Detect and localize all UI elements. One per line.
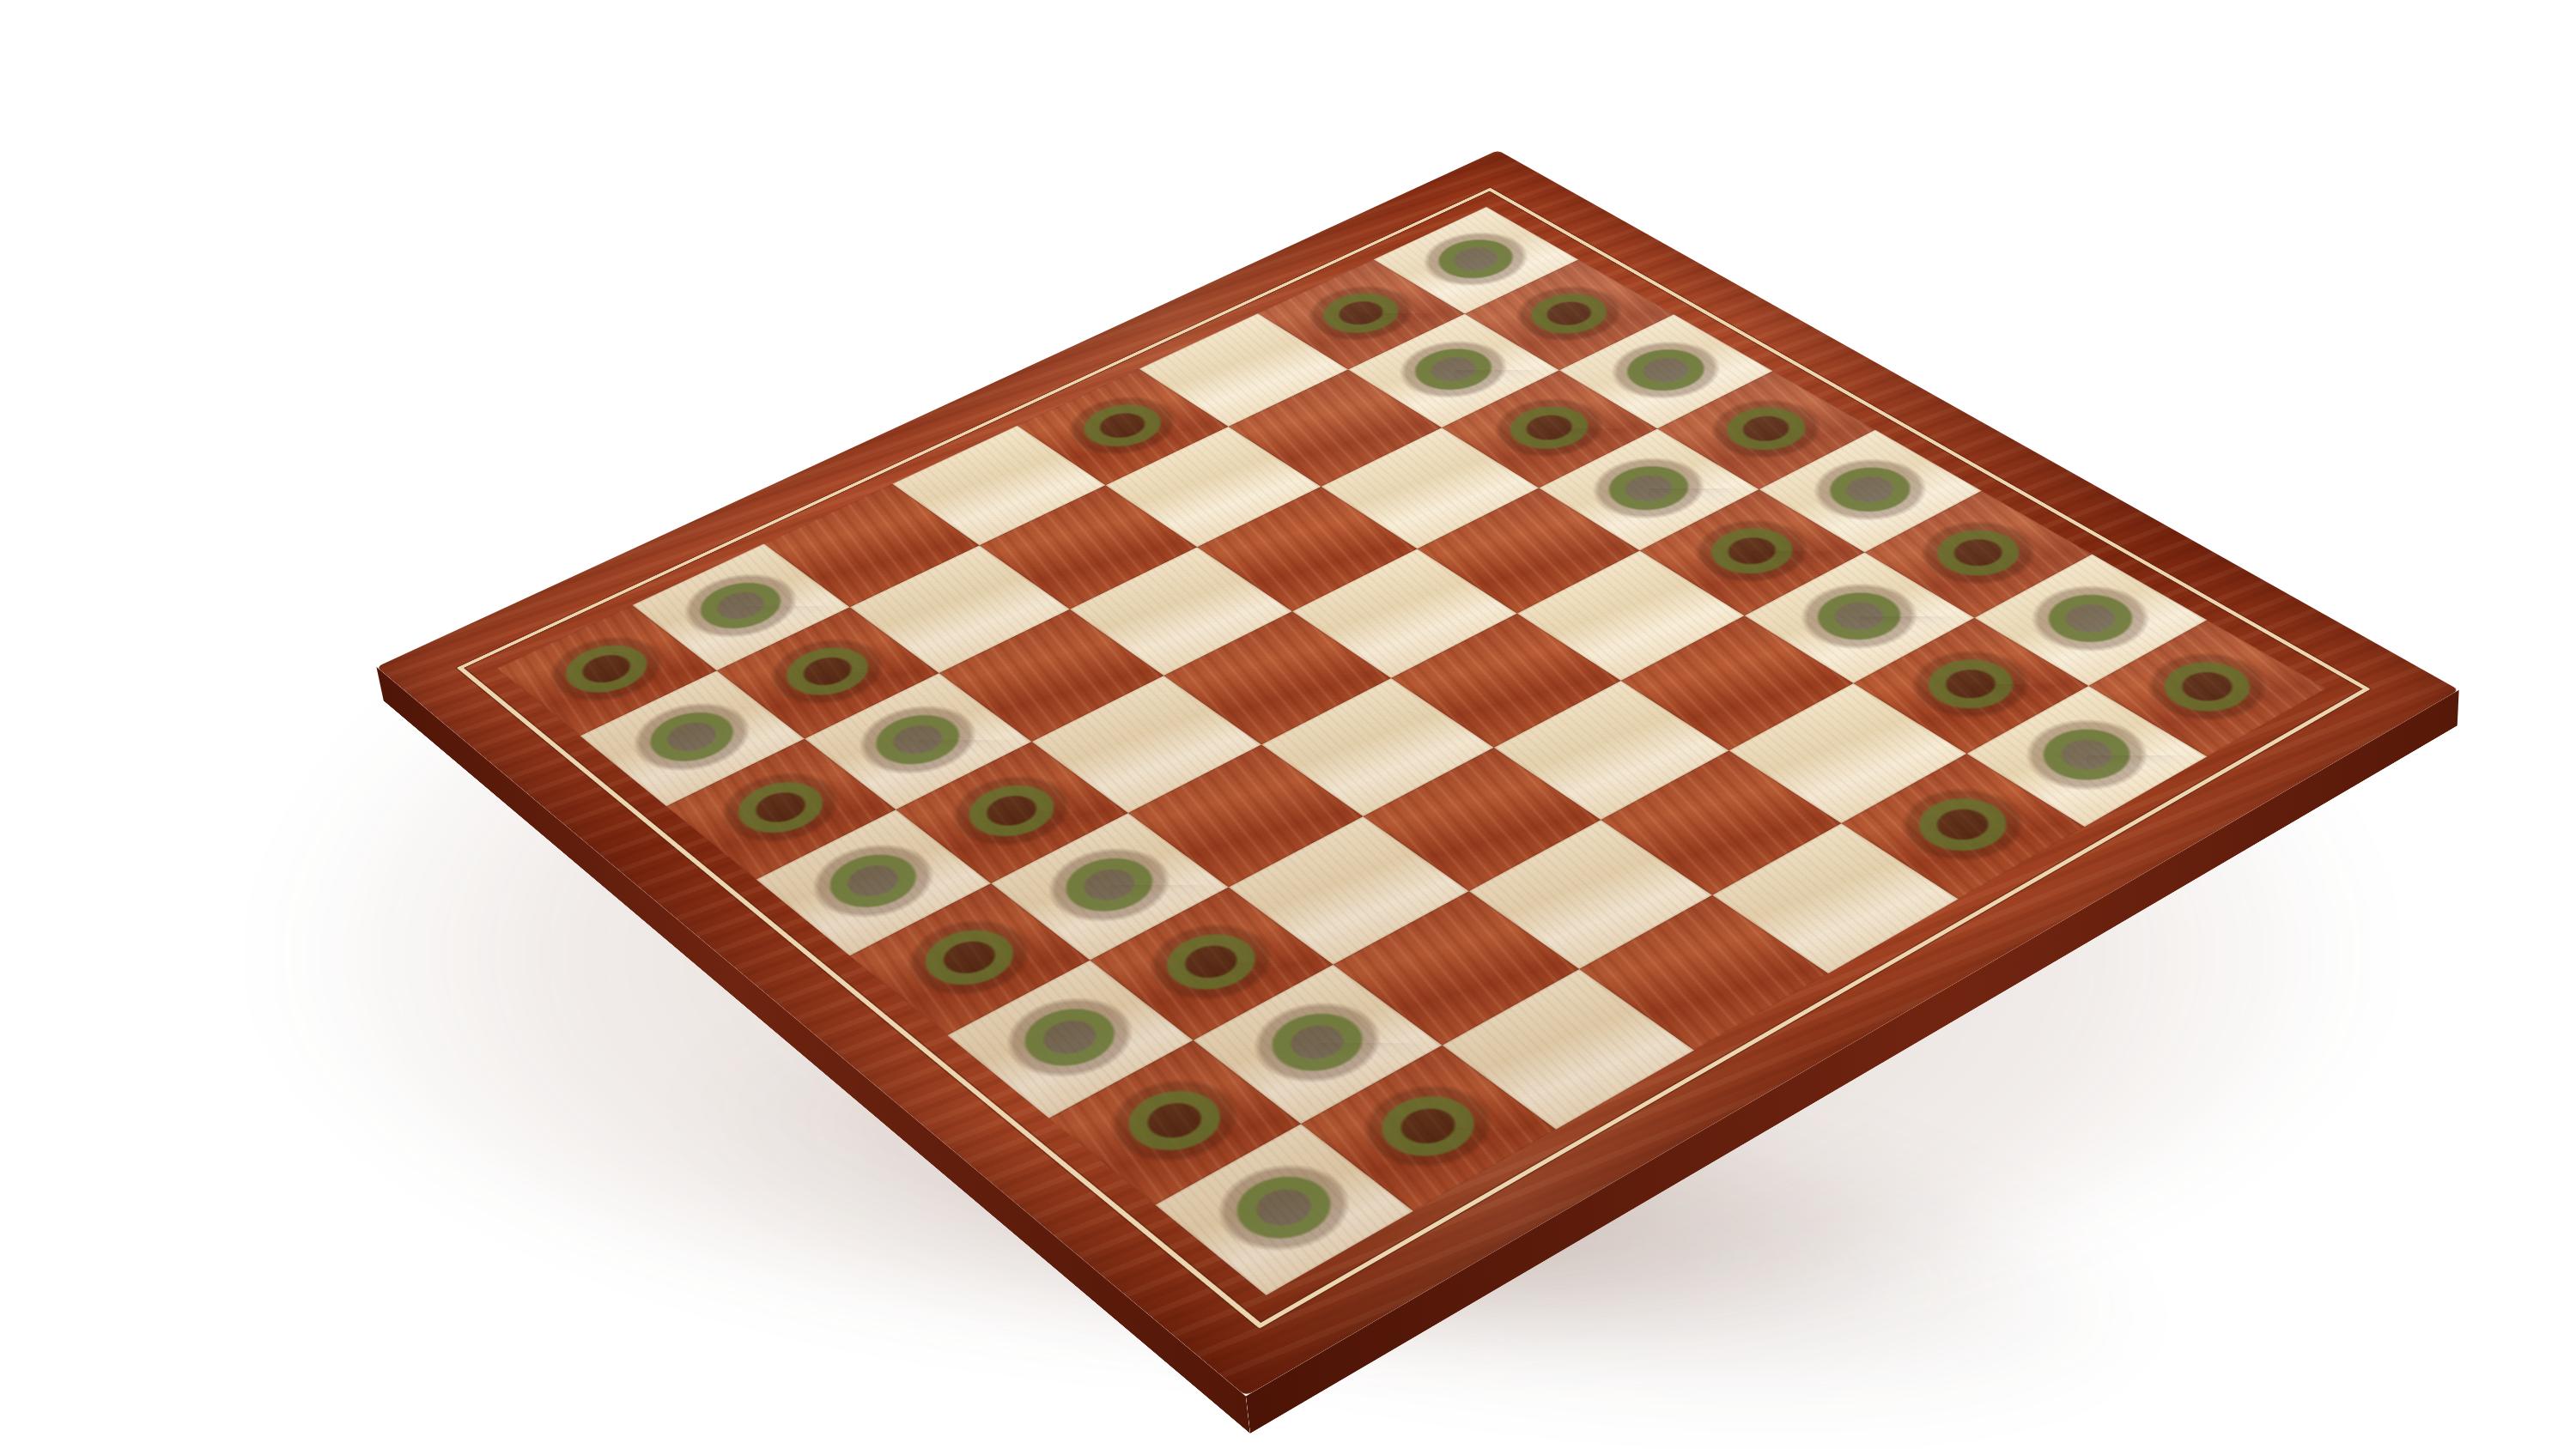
scene-3d: ♜♞♝♛♚♝♞♜♟♟♟♟♟♟♟♟♛♛♟♟♟♟♟♟♟♟♜♞♝♛♚♝♞♜ <box>0 0 2576 1449</box>
pieces-layer: ♜♞♝♛♚♝♞♜♟♟♟♟♟♟♟♟♛♛♟♟♟♟♟♟♟♟♜♞♝♛♚♝♞♜ <box>376 150 2458 1396</box>
rook-glyph: ♜ <box>1115 805 1453 1223</box>
chess-board: ♜♞♝♛♚♝♞♜♟♟♟♟♟♟♟♟♛♛♟♟♟♟♟♟♟♟♜♞♝♛♚♝♞♜ <box>376 150 2458 1396</box>
queen-glyph: ♛ <box>1766 353 2159 840</box>
product-photo: ♜♞♝♛♚♝♞♜♟♟♟♟♟♟♟♟♛♛♟♟♟♟♟♟♟♟♜♞♝♛♚♝♞♜ <box>0 0 2576 1449</box>
